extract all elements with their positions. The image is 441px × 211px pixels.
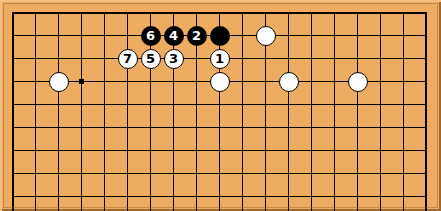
stone-white-1: 1	[210, 49, 230, 69]
stone-white-5: 5	[141, 49, 161, 69]
stone-white-7: 7	[118, 49, 138, 69]
stone-black-2: 2	[187, 26, 207, 46]
stone-black-6: 6	[141, 26, 161, 46]
stone-black-4: 4	[164, 26, 184, 46]
stone-white	[49, 72, 69, 92]
stone-black	[210, 26, 230, 46]
stone-white-3: 3	[164, 49, 184, 69]
stone-white	[256, 26, 276, 46]
hoshi-point	[79, 79, 84, 84]
stones-layer: 6427531	[1, 1, 438, 93]
stone-white	[348, 72, 368, 92]
stone-white	[279, 72, 299, 92]
stone-white	[210, 72, 230, 92]
go-diagram: 6427531	[0, 0, 441, 211]
